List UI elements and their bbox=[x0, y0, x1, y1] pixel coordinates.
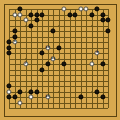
grid-line-horizontal bbox=[9, 108, 108, 109]
grid-line-horizontal bbox=[9, 81, 108, 82]
grid-line-vertical bbox=[86, 9, 87, 108]
grid-line-vertical bbox=[64, 9, 65, 108]
star-point bbox=[91, 91, 93, 93]
star-point bbox=[58, 25, 60, 27]
star-point bbox=[91, 25, 93, 27]
star-point bbox=[58, 58, 60, 60]
star-point bbox=[25, 91, 27, 93]
move-number-label: 7 bbox=[24, 62, 26, 65]
grid-line-horizontal bbox=[9, 86, 108, 87]
star-point bbox=[25, 25, 27, 27]
grid-line-horizontal bbox=[9, 75, 108, 76]
grid-line-vertical bbox=[108, 9, 109, 108]
star-point bbox=[58, 91, 60, 93]
move-number-label: 15 bbox=[45, 95, 49, 98]
grid-line-horizontal bbox=[9, 97, 108, 98]
move-number-label: 9 bbox=[96, 51, 98, 54]
grid-line-horizontal bbox=[9, 70, 108, 71]
move-number-label: 11 bbox=[51, 57, 55, 60]
go-board[interactable]: 513911715 bbox=[0, 0, 120, 120]
star-point bbox=[91, 58, 93, 60]
grid-line-vertical bbox=[81, 9, 82, 108]
move-number-label: 13 bbox=[45, 46, 49, 49]
go-diagram: 513911715 bbox=[0, 0, 120, 120]
grid-line-vertical bbox=[103, 9, 104, 108]
grid-line-horizontal bbox=[9, 103, 108, 104]
grid-line-vertical bbox=[70, 9, 71, 108]
grid-line-vertical bbox=[75, 9, 76, 108]
star-point bbox=[25, 58, 27, 60]
move-number-label: 5 bbox=[13, 40, 15, 43]
